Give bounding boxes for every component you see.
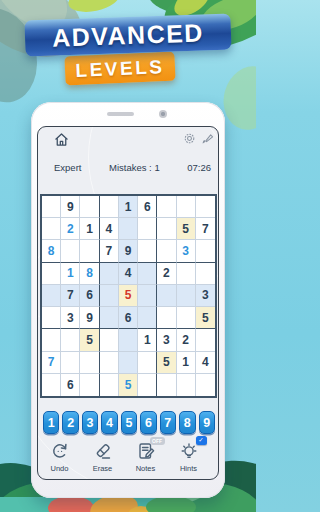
sudoku-cell-r9c6[interactable] — [138, 374, 157, 396]
game-screen: Expert Mistakes : 1 07:26 91621457879318… — [37, 126, 219, 480]
sudoku-cell-r2c6[interactable] — [138, 218, 157, 240]
sudoku-cell-r7c5[interactable] — [119, 329, 138, 351]
sudoku-cell-r2c1[interactable] — [42, 218, 61, 240]
sudoku-cell-r6c7[interactable] — [157, 307, 176, 329]
erase-button[interactable]: Erase — [93, 441, 113, 473]
sudoku-cell-r9c4[interactable] — [100, 374, 119, 396]
sudoku-cell-r3c8[interactable]: 3 — [177, 240, 196, 262]
sudoku-cell-r1c3[interactable] — [80, 196, 99, 218]
numpad-button-3[interactable]: 3 — [82, 411, 98, 434]
numpad-button-2[interactable]: 2 — [62, 411, 78, 434]
banner-title: ADVANCED — [52, 18, 205, 52]
sudoku-cell-r7c6[interactable]: 1 — [138, 329, 157, 351]
sudoku-cell-r1c1[interactable] — [42, 196, 61, 218]
sudoku-cell-r3c5[interactable]: 9 — [119, 240, 138, 262]
sudoku-cell-r5c2[interactable]: 7 — [61, 285, 80, 307]
sudoku-cell-r3c9[interactable] — [196, 240, 215, 262]
sudoku-cell-r9c3[interactable] — [80, 374, 99, 396]
app-background: { "game": "sudoku", "banner": { "title":… — [0, 0, 256, 512]
theme-button[interactable] — [200, 131, 215, 146]
sudoku-cell-r2c7[interactable] — [157, 218, 176, 240]
banner-levels: LEVELS — [64, 52, 175, 86]
undo-button[interactable]: Undo — [50, 441, 70, 473]
sudoku-cell-r4c3[interactable]: 8 — [80, 263, 99, 285]
sudoku-cell-r2c8[interactable]: 5 — [177, 218, 196, 240]
paintbrush-icon — [200, 131, 215, 146]
sudoku-cell-r1c7[interactable] — [157, 196, 176, 218]
sudoku-cell-r9c7[interactable] — [157, 374, 176, 396]
sudoku-cell-r7c1[interactable] — [42, 329, 61, 351]
sudoku-cell-r6c6[interactable] — [138, 307, 157, 329]
sudoku-cell-r6c2[interactable]: 3 — [61, 307, 80, 329]
home-button[interactable] — [53, 131, 70, 148]
sudoku-cell-r5c9[interactable]: 3 — [196, 285, 215, 307]
sudoku-cell-r4c1[interactable] — [42, 263, 61, 285]
eraser-icon — [93, 441, 113, 461]
sudoku-board: 9162145787931842765339655132751465 — [40, 194, 217, 398]
numpad-button-1[interactable]: 1 — [43, 411, 59, 434]
sudoku-cell-r8c2[interactable] — [61, 352, 80, 374]
numpad-button-8[interactable]: 8 — [179, 411, 195, 434]
sudoku-cell-r6c8[interactable] — [177, 307, 196, 329]
sudoku-cell-r5c1[interactable] — [42, 285, 61, 307]
banner-advanced: ADVANCED — [24, 13, 231, 56]
home-icon — [53, 131, 70, 148]
sudoku-cell-r2c2[interactable]: 2 — [61, 218, 80, 240]
sudoku-cell-r4c9[interactable] — [196, 263, 215, 285]
difficulty-label: Expert — [54, 162, 81, 173]
sudoku-cell-r1c5[interactable]: 1 — [119, 196, 138, 218]
undo-label: Undo — [51, 464, 69, 473]
phone-frame: Expert Mistakes : 1 07:26 91621457879318… — [31, 102, 225, 498]
sudoku-cell-r1c8[interactable] — [177, 196, 196, 218]
sudoku-cell-r1c9[interactable] — [196, 196, 215, 218]
hints-check-badge: ✓ — [196, 436, 207, 445]
numpad-button-6[interactable]: 6 — [140, 411, 156, 434]
sudoku-cell-r8c3[interactable] — [80, 352, 99, 374]
sudoku-cell-r7c2[interactable] — [61, 329, 80, 351]
sudoku-cell-r8c8[interactable]: 1 — [177, 352, 196, 374]
notes-button[interactable]: OFF Notes — [136, 441, 156, 473]
sudoku-cell-r7c8[interactable]: 2 — [177, 329, 196, 351]
sudoku-cell-r5c4[interactable] — [100, 285, 119, 307]
sudoku-cell-r7c4[interactable] — [100, 329, 119, 351]
sudoku-cell-r4c4[interactable] — [100, 263, 119, 285]
timer: 07:26 — [187, 162, 211, 173]
erase-label: Erase — [93, 464, 113, 473]
sudoku-cell-r2c9[interactable]: 7 — [196, 218, 215, 240]
sudoku-cell-r3c4[interactable]: 7 — [100, 240, 119, 262]
sudoku-cell-r4c7[interactable]: 2 — [157, 263, 176, 285]
sudoku-cell-r8c1[interactable]: 7 — [42, 352, 61, 374]
sudoku-cell-r2c3[interactable]: 1 — [80, 218, 99, 240]
phone-speaker — [107, 112, 134, 116]
phone-camera — [159, 110, 167, 118]
sudoku-cell-r7c9[interactable] — [196, 329, 215, 351]
sudoku-cell-r8c6[interactable] — [138, 352, 157, 374]
numpad-button-4[interactable]: 4 — [101, 411, 117, 434]
sudoku-cell-r5c7[interactable] — [157, 285, 176, 307]
sudoku-cell-r4c5[interactable]: 4 — [119, 263, 138, 285]
undo-icon — [50, 441, 70, 461]
sudoku-cell-r9c1[interactable] — [42, 374, 61, 396]
mistakes-counter: Mistakes : 1 — [109, 162, 160, 173]
sudoku-cell-r9c9[interactable] — [196, 374, 215, 396]
toolbar: Undo Erase — [38, 439, 210, 480]
numpad-button-7[interactable]: 7 — [160, 411, 176, 434]
sudoku-cell-r4c6[interactable] — [138, 263, 157, 285]
sudoku-cell-r6c4[interactable] — [100, 307, 119, 329]
sudoku-cell-r3c2[interactable] — [61, 240, 80, 262]
sudoku-cell-r8c5[interactable] — [119, 352, 138, 374]
sudoku-cell-r5c5[interactable]: 5 — [119, 285, 138, 307]
sudoku-cell-r5c8[interactable] — [177, 285, 196, 307]
sudoku-cell-r8c7[interactable]: 5 — [157, 352, 176, 374]
sudoku-cell-r4c2[interactable]: 1 — [61, 263, 80, 285]
sudoku-cell-r5c3[interactable]: 6 — [80, 285, 99, 307]
numpad-button-9[interactable]: 9 — [199, 411, 215, 434]
sudoku-cell-r6c1[interactable] — [42, 307, 61, 329]
sudoku-cell-r3c7[interactable] — [157, 240, 176, 262]
sudoku-cell-r7c3[interactable]: 5 — [80, 329, 99, 351]
number-pad: 123456789 — [43, 411, 215, 434]
notes-label: Notes — [136, 464, 156, 473]
numpad-button-5[interactable]: 5 — [121, 411, 137, 434]
sudoku-cell-r9c5[interactable]: 5 — [119, 374, 138, 396]
sudoku-cell-r7c7[interactable]: 3 — [157, 329, 176, 351]
banner-subtitle: LEVELS — [75, 56, 165, 82]
sudoku-cell-r9c8[interactable] — [177, 374, 196, 396]
sudoku-cell-r2c4[interactable]: 4 — [100, 218, 119, 240]
sudoku-cell-r9c2[interactable]: 6 — [61, 374, 80, 396]
gear-icon — [183, 132, 196, 145]
sudoku-cell-r6c5[interactable]: 6 — [119, 307, 138, 329]
sudoku-cell-r6c9[interactable]: 5 — [196, 307, 215, 329]
notes-off-badge: OFF — [150, 437, 165, 445]
leaf-icon — [146, 496, 196, 512]
sudoku-cell-r8c4[interactable] — [100, 352, 119, 374]
hints-button[interactable]: ✓ Hints — [179, 441, 199, 473]
sudoku-cell-r3c1[interactable]: 8 — [42, 240, 61, 262]
sudoku-cell-r3c3[interactable] — [80, 240, 99, 262]
sudoku-cell-r5c6[interactable] — [138, 285, 157, 307]
sudoku-cell-r8c9[interactable]: 4 — [196, 352, 215, 374]
sudoku-cell-r1c2[interactable]: 9 — [61, 196, 80, 218]
sudoku-cell-r4c8[interactable] — [177, 263, 196, 285]
status-bar: Expert Mistakes : 1 07:26 — [38, 160, 218, 174]
sudoku-cell-r6c3[interactable]: 9 — [80, 307, 99, 329]
hints-label: Hints — [180, 464, 197, 473]
sudoku-cell-r3c6[interactable] — [138, 240, 157, 262]
sudoku-cell-r1c4[interactable] — [100, 196, 119, 218]
sudoku-cell-r1c6[interactable]: 6 — [138, 196, 157, 218]
sudoku-cell-r2c5[interactable] — [119, 218, 138, 240]
settings-button[interactable] — [183, 132, 196, 145]
